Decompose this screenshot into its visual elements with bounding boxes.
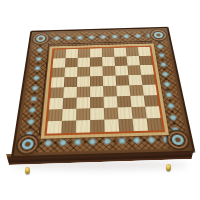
board-square <box>131 107 146 119</box>
board-square <box>76 87 89 98</box>
board-frame <box>11 27 196 159</box>
board-square <box>118 119 133 132</box>
board-square <box>130 96 145 108</box>
board-square <box>90 108 104 120</box>
board-square <box>90 120 105 133</box>
board-square <box>104 108 119 120</box>
board-square <box>62 109 76 121</box>
board-square <box>117 107 132 119</box>
board-square <box>76 97 90 109</box>
board-square <box>61 121 76 134</box>
brass-hinge-right <box>166 164 171 171</box>
board-square <box>49 98 63 110</box>
board-square <box>63 87 77 98</box>
product-photo <box>0 0 200 200</box>
board-square <box>145 107 161 119</box>
board-square <box>76 109 90 121</box>
brass-hinge-left <box>25 167 30 174</box>
board-square <box>103 86 117 97</box>
board-square <box>146 118 162 131</box>
chess-grid <box>44 46 165 136</box>
board-square <box>104 119 119 132</box>
board-square <box>117 96 131 108</box>
chess-board <box>11 27 196 159</box>
board-square <box>47 121 62 134</box>
board-square <box>142 85 157 96</box>
board-square <box>48 109 63 121</box>
board-square <box>90 86 103 97</box>
board-square <box>90 97 104 109</box>
board-square <box>129 85 143 96</box>
board-square <box>76 120 90 133</box>
board-square <box>62 98 76 110</box>
board-square <box>132 119 148 132</box>
board-square <box>144 95 159 107</box>
board-square <box>103 97 117 109</box>
